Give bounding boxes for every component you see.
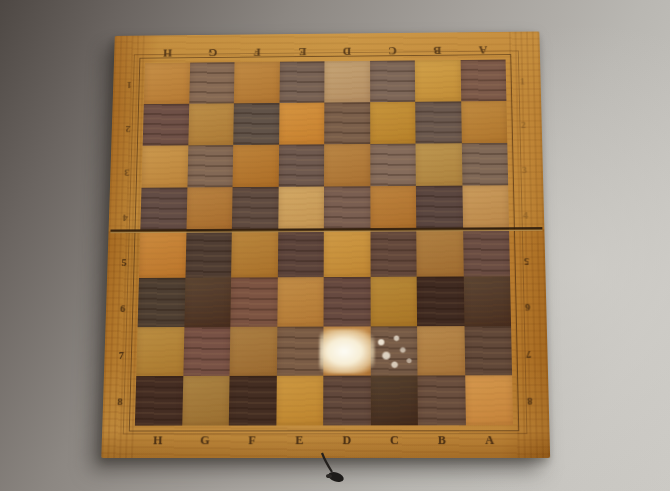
square-a6[interactable] <box>463 276 511 325</box>
white-speckles <box>373 331 415 371</box>
square-f4[interactable] <box>232 187 278 230</box>
square-d1[interactable] <box>324 61 369 103</box>
file-label-top-a: A <box>460 42 506 59</box>
file-label-top-e: E <box>279 43 324 59</box>
square-g3[interactable] <box>187 145 233 187</box>
square-h6[interactable] <box>138 278 185 327</box>
file-label-top-h: H <box>145 45 190 61</box>
square-c3[interactable] <box>370 144 416 187</box>
square-g2[interactable] <box>188 103 234 145</box>
photo-background: HGFEDCBA HGFEDCBA 12345678 12345678 <box>0 0 670 491</box>
square-f3[interactable] <box>233 145 279 187</box>
square-e4[interactable] <box>278 187 324 230</box>
square-g8[interactable] <box>182 376 230 426</box>
square-c8[interactable] <box>370 375 418 425</box>
square-e5[interactable] <box>277 229 324 277</box>
rank-label-left-6: 6 <box>114 286 131 332</box>
rank-label-right-5: 5 <box>518 238 535 284</box>
file-labels-bottom: HGFEDCBA <box>134 431 513 449</box>
chessboard: HGFEDCBA HGFEDCBA 12345678 12345678 <box>101 31 550 458</box>
square-d8[interactable] <box>323 375 370 425</box>
square-b5[interactable] <box>416 228 463 276</box>
rank-label-right-3: 3 <box>516 148 533 193</box>
square-f5[interactable] <box>231 229 278 277</box>
rank-label-left-4: 4 <box>117 195 134 240</box>
file-label-top-c: C <box>370 43 415 59</box>
square-f8[interactable] <box>229 376 277 426</box>
square-h4[interactable] <box>140 187 187 230</box>
square-a4[interactable] <box>462 185 509 228</box>
file-label-bottom-d: D <box>323 431 370 449</box>
square-g5[interactable] <box>185 230 232 278</box>
square-b2[interactable] <box>415 101 461 143</box>
rank-label-left-5: 5 <box>116 240 133 286</box>
square-d2[interactable] <box>324 102 370 144</box>
rank-label-left-1: 1 <box>121 63 137 107</box>
rank-label-left-2: 2 <box>120 107 136 151</box>
square-a8[interactable] <box>465 375 513 425</box>
rank-label-right-1: 1 <box>514 59 530 103</box>
square-f1[interactable] <box>234 62 280 104</box>
file-label-bottom-c: C <box>370 431 418 449</box>
square-h2[interactable] <box>143 104 189 146</box>
square-g4[interactable] <box>186 187 233 230</box>
square-e8[interactable] <box>276 375 323 425</box>
glare-patch <box>319 329 374 374</box>
square-c6[interactable] <box>370 277 417 326</box>
square-g6[interactable] <box>184 278 231 327</box>
square-d3[interactable] <box>324 144 370 187</box>
file-label-top-d: D <box>324 43 369 59</box>
square-c5[interactable] <box>370 229 417 277</box>
rank-label-right-8: 8 <box>521 378 538 426</box>
file-label-bottom-a: A <box>466 431 514 449</box>
square-b8[interactable] <box>417 375 465 425</box>
file-label-top-f: F <box>235 44 280 60</box>
square-g1[interactable] <box>189 62 235 104</box>
square-d5[interactable] <box>324 229 370 277</box>
latch-cord <box>310 451 356 489</box>
square-a2[interactable] <box>461 101 508 143</box>
square-a5[interactable] <box>463 228 510 277</box>
square-f2[interactable] <box>233 103 279 145</box>
square-b1[interactable] <box>415 60 461 102</box>
square-h8[interactable] <box>135 376 183 426</box>
square-h1[interactable] <box>144 63 190 105</box>
square-e6[interactable] <box>277 277 324 326</box>
square-a1[interactable] <box>460 60 506 102</box>
square-b6[interactable] <box>417 277 464 326</box>
rank-label-right-7: 7 <box>520 330 537 377</box>
square-c1[interactable] <box>370 60 416 102</box>
file-label-bottom-h: H <box>134 431 181 449</box>
square-e2[interactable] <box>279 103 325 145</box>
rank-label-right-2: 2 <box>515 103 531 147</box>
file-label-top-g: G <box>190 44 235 60</box>
square-a7[interactable] <box>464 325 512 375</box>
square-b3[interactable] <box>416 143 462 186</box>
square-e3[interactable] <box>278 144 324 187</box>
square-d6[interactable] <box>323 277 370 326</box>
square-f7[interactable] <box>230 326 277 375</box>
square-h7[interactable] <box>136 327 184 376</box>
rank-label-left-3: 3 <box>118 151 135 196</box>
square-g7[interactable] <box>183 326 230 375</box>
file-label-bottom-g: G <box>181 431 228 449</box>
square-a3[interactable] <box>461 143 508 186</box>
square-d4[interactable] <box>324 186 370 229</box>
file-label-bottom-f: F <box>228 431 275 449</box>
square-f6[interactable] <box>230 278 277 327</box>
square-b7[interactable] <box>417 326 465 376</box>
square-c2[interactable] <box>370 102 416 144</box>
square-b4[interactable] <box>416 186 463 229</box>
file-label-top-b: B <box>415 42 460 59</box>
file-label-bottom-e: E <box>276 431 323 449</box>
rank-label-left-8: 8 <box>111 378 128 425</box>
square-h3[interactable] <box>141 145 187 187</box>
square-e7[interactable] <box>276 326 323 375</box>
board-grid-area <box>135 60 513 426</box>
file-label-bottom-b: B <box>418 431 466 449</box>
square-c4[interactable] <box>370 186 416 229</box>
square-e1[interactable] <box>279 61 324 103</box>
square-h5[interactable] <box>139 230 186 278</box>
rank-label-right-4: 4 <box>517 192 534 238</box>
rank-label-left-7: 7 <box>113 332 130 379</box>
rank-label-right-6: 6 <box>519 284 536 331</box>
